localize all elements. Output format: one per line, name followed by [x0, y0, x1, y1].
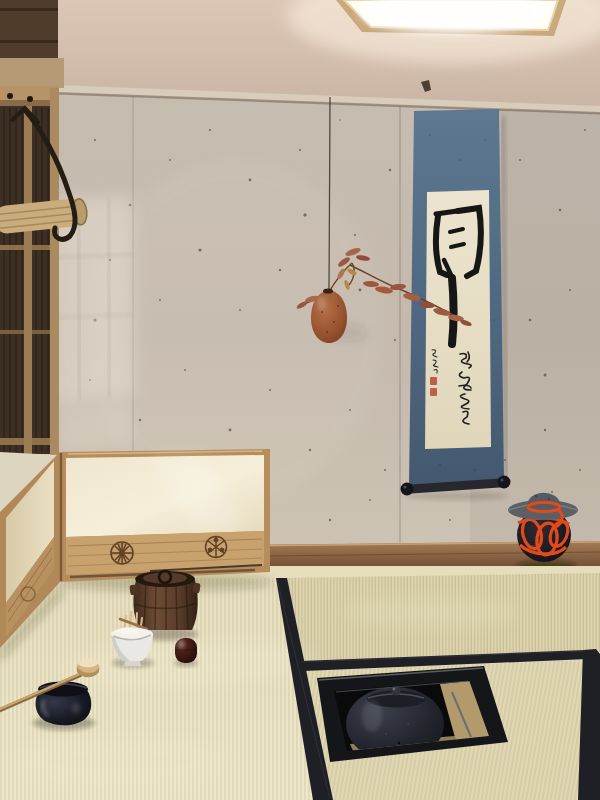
kensui: [33, 682, 95, 731]
screen-medallion-left: [111, 542, 133, 564]
wall-light-patch: [52, 195, 135, 452]
tea-room-photo: [0, 0, 600, 800]
tatami-floor: [0, 566, 600, 800]
ceiling-light-fixture: [336, 0, 566, 36]
hanging-scroll: [401, 109, 511, 500]
corner-post: [50, 88, 59, 460]
screen-panel-main: [60, 449, 270, 582]
scroll-shadow: [503, 116, 506, 484]
natsume: [174, 638, 198, 666]
